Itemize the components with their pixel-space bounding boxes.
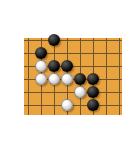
white-stone[interactable] bbox=[35, 73, 47, 85]
grid-line-horizontal bbox=[24, 105, 122, 106]
grid-line-horizontal bbox=[24, 92, 122, 93]
grid-line-vertical bbox=[106, 38, 107, 115]
white-stone[interactable] bbox=[74, 86, 86, 98]
black-stone[interactable] bbox=[87, 99, 99, 111]
black-stone[interactable] bbox=[87, 86, 99, 98]
go-board-screenshot bbox=[0, 0, 140, 150]
go-board[interactable] bbox=[24, 38, 122, 115]
grid-line-vertical bbox=[119, 38, 120, 115]
black-stone[interactable] bbox=[74, 73, 86, 85]
grid-line-vertical bbox=[28, 38, 29, 115]
black-stone[interactable] bbox=[35, 47, 47, 59]
black-stone[interactable] bbox=[48, 60, 60, 72]
white-stone[interactable] bbox=[35, 60, 47, 72]
white-stone[interactable] bbox=[48, 73, 60, 85]
white-stone[interactable] bbox=[61, 73, 73, 85]
black-stone[interactable] bbox=[87, 73, 99, 85]
black-stone[interactable] bbox=[48, 34, 60, 46]
black-stone[interactable] bbox=[61, 60, 73, 72]
grid-line-horizontal bbox=[24, 40, 122, 41]
white-stone[interactable] bbox=[61, 99, 73, 111]
